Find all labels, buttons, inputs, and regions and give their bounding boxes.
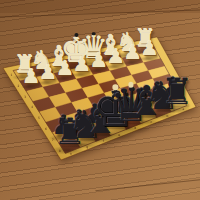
- chess-board: h1g2f3e4d5c6b7a8: [0, 0, 200, 200]
- chess-set-photo: h1g2f3e4d5c6b7a8 ♜♞♝♚♛♝♞♜♟♟♟♟♟♟♟♟♟♟♟♟♟♟♟…: [0, 0, 200, 200]
- board-sheen: [3, 37, 196, 160]
